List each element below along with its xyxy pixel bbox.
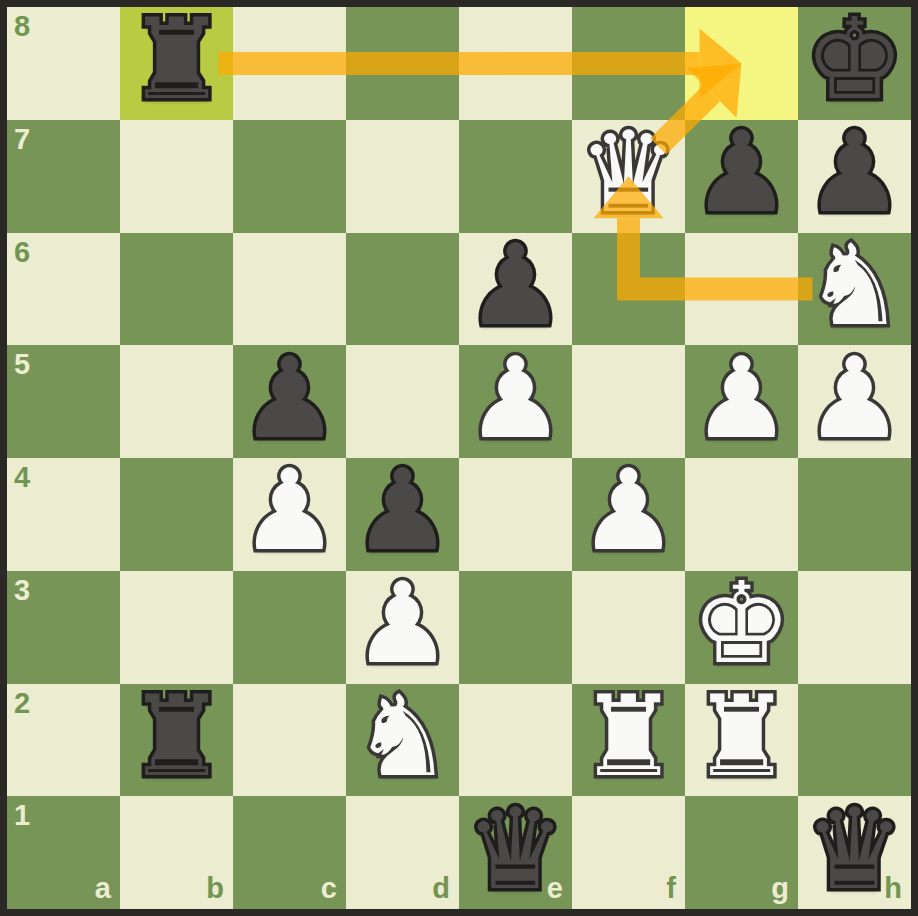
rank-label-1: 1 <box>14 801 30 830</box>
rank-label-7: 7 <box>14 125 30 154</box>
square-a3[interactable]: 3 <box>7 571 120 684</box>
black-rook[interactable]: ♜♜ <box>120 684 233 797</box>
square-e5[interactable]: ♟♟ <box>459 345 572 458</box>
square-d8[interactable] <box>346 7 459 120</box>
square-h1[interactable]: h♛♛ <box>798 796 911 909</box>
square-c7[interactable] <box>233 120 346 233</box>
rank-label-3: 3 <box>14 576 30 605</box>
white-pawn[interactable]: ♟♟ <box>233 458 346 571</box>
white-pawn[interactable]: ♟♟ <box>346 571 459 684</box>
white-knight[interactable]: ♞♞ <box>346 684 459 797</box>
white-king[interactable]: ♚♚ <box>685 571 798 684</box>
square-b1[interactable]: b <box>120 796 233 909</box>
black-rook[interactable]: ♜♜ <box>120 7 233 120</box>
black-queen[interactable]: ♛♛ <box>798 796 911 909</box>
black-pawn[interactable]: ♟♟ <box>685 120 798 233</box>
square-a5[interactable]: 5 <box>7 345 120 458</box>
square-e7[interactable] <box>459 120 572 233</box>
square-c4[interactable]: ♟♟ <box>233 458 346 571</box>
file-label-a: a <box>95 874 111 903</box>
square-a6[interactable]: 6 <box>7 233 120 346</box>
white-pawn[interactable]: ♟♟ <box>572 458 685 571</box>
square-g7[interactable]: ♟♟ <box>685 120 798 233</box>
square-f3[interactable] <box>572 571 685 684</box>
white-pawn[interactable]: ♟♟ <box>685 345 798 458</box>
square-e8[interactable] <box>459 7 572 120</box>
piece-glyph: ♟ <box>233 341 346 454</box>
square-a1[interactable]: 1a <box>7 796 120 909</box>
piece-glyph: ♜ <box>572 680 685 793</box>
piece-glyph: ♜ <box>120 3 233 116</box>
square-g1[interactable]: g <box>685 796 798 909</box>
square-h4[interactable] <box>798 458 911 571</box>
rank-label-8: 8 <box>14 12 30 41</box>
square-d6[interactable] <box>346 233 459 346</box>
white-pawn[interactable]: ♟♟ <box>459 345 572 458</box>
piece-glyph: ♜ <box>120 680 233 793</box>
file-label-b: b <box>206 874 224 903</box>
square-f5[interactable] <box>572 345 685 458</box>
black-pawn[interactable]: ♟♟ <box>346 458 459 571</box>
square-b6[interactable] <box>120 233 233 346</box>
piece-glyph: ♞ <box>798 229 911 342</box>
square-f2[interactable]: ♜♜ <box>572 684 685 797</box>
square-a8[interactable]: 8 <box>7 7 120 120</box>
piece-glyph: ♚ <box>685 567 798 680</box>
square-b7[interactable] <box>120 120 233 233</box>
square-h3[interactable] <box>798 571 911 684</box>
square-g5[interactable]: ♟♟ <box>685 345 798 458</box>
chess-board: 8♜♜♚♚7♛♛♟♟♟♟6♟♟♞♞5♟♟♟♟♟♟♟♟4♟♟♟♟♟♟3♟♟♚♚2♜… <box>7 7 911 909</box>
square-g2[interactable]: ♜♜ <box>685 684 798 797</box>
square-a4[interactable]: 4 <box>7 458 120 571</box>
square-b5[interactable] <box>120 345 233 458</box>
square-b3[interactable] <box>120 571 233 684</box>
square-c8[interactable] <box>233 7 346 120</box>
square-b2[interactable]: ♜♜ <box>120 684 233 797</box>
square-d2[interactable]: ♞♞ <box>346 684 459 797</box>
square-h5[interactable]: ♟♟ <box>798 345 911 458</box>
square-c3[interactable] <box>233 571 346 684</box>
square-d7[interactable] <box>346 120 459 233</box>
black-queen[interactable]: ♛♛ <box>459 796 572 909</box>
file-label-f: f <box>666 874 676 903</box>
piece-glyph: ♟ <box>459 229 572 342</box>
white-pawn[interactable]: ♟♟ <box>798 345 911 458</box>
square-h6[interactable]: ♞♞ <box>798 233 911 346</box>
rank-label-4: 4 <box>14 463 30 492</box>
rank-label-6: 6 <box>14 238 30 267</box>
white-queen[interactable]: ♛♛ <box>572 120 685 233</box>
square-f1[interactable]: f <box>572 796 685 909</box>
square-d5[interactable] <box>346 345 459 458</box>
square-h2[interactable] <box>798 684 911 797</box>
white-rook[interactable]: ♜♜ <box>685 684 798 797</box>
piece-glyph: ♛ <box>572 116 685 229</box>
piece-glyph: ♛ <box>798 792 911 905</box>
square-e2[interactable] <box>459 684 572 797</box>
piece-glyph: ♟ <box>685 116 798 229</box>
square-e6[interactable]: ♟♟ <box>459 233 572 346</box>
square-c2[interactable] <box>233 684 346 797</box>
square-d4[interactable]: ♟♟ <box>346 458 459 571</box>
square-f7[interactable]: ♛♛ <box>572 120 685 233</box>
square-g3[interactable]: ♚♚ <box>685 571 798 684</box>
file-label-d: d <box>432 874 450 903</box>
square-c6[interactable] <box>233 233 346 346</box>
square-b4[interactable] <box>120 458 233 571</box>
square-e1[interactable]: e♛♛ <box>459 796 572 909</box>
piece-glyph: ♟ <box>798 341 911 454</box>
square-e4[interactable] <box>459 458 572 571</box>
piece-glyph: ♟ <box>346 567 459 680</box>
black-pawn[interactable]: ♟♟ <box>798 120 911 233</box>
square-a7[interactable]: 7 <box>7 120 120 233</box>
piece-glyph: ♟ <box>572 454 685 567</box>
piece-glyph: ♟ <box>346 454 459 567</box>
piece-glyph: ♟ <box>685 341 798 454</box>
black-pawn[interactable]: ♟♟ <box>459 233 572 346</box>
square-g6[interactable] <box>685 233 798 346</box>
piece-glyph: ♛ <box>459 792 572 905</box>
square-g4[interactable] <box>685 458 798 571</box>
square-h7[interactable]: ♟♟ <box>798 120 911 233</box>
rank-label-2: 2 <box>14 689 30 718</box>
rank-label-5: 5 <box>14 350 30 379</box>
square-f4[interactable]: ♟♟ <box>572 458 685 571</box>
piece-glyph: ♞ <box>346 680 459 793</box>
file-label-c: c <box>321 874 337 903</box>
piece-glyph: ♟ <box>459 341 572 454</box>
square-d1[interactable]: d <box>346 796 459 909</box>
white-knight[interactable]: ♞♞ <box>798 233 911 346</box>
square-f8[interactable] <box>572 7 685 120</box>
piece-glyph: ♚ <box>798 3 911 116</box>
black-pawn[interactable]: ♟♟ <box>233 345 346 458</box>
square-h8[interactable]: ♚♚ <box>798 7 911 120</box>
square-g8-highlighted[interactable] <box>685 7 798 120</box>
square-b8-highlighted[interactable]: ♜♜ <box>120 7 233 120</box>
square-a2[interactable]: 2 <box>7 684 120 797</box>
square-d3[interactable]: ♟♟ <box>346 571 459 684</box>
black-king[interactable]: ♚♚ <box>798 7 911 120</box>
file-label-g: g <box>771 874 789 903</box>
square-e3[interactable] <box>459 571 572 684</box>
piece-glyph: ♟ <box>798 116 911 229</box>
piece-glyph: ♟ <box>233 454 346 567</box>
piece-glyph: ♜ <box>685 680 798 793</box>
board-frame: 8♜♜♚♚7♛♛♟♟♟♟6♟♟♞♞5♟♟♟♟♟♟♟♟4♟♟♟♟♟♟3♟♟♚♚2♜… <box>0 0 918 916</box>
square-c5[interactable]: ♟♟ <box>233 345 346 458</box>
square-f6[interactable] <box>572 233 685 346</box>
white-rook[interactable]: ♜♜ <box>572 684 685 797</box>
square-c1[interactable]: c <box>233 796 346 909</box>
